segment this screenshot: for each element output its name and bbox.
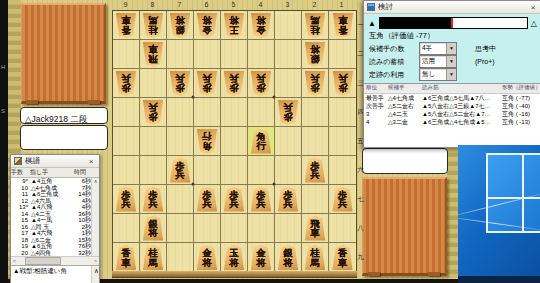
kifu-window-title: 棋譜 xyxy=(25,156,83,166)
gote-piece-歩兵[interactable]: 歩 兵 xyxy=(142,100,164,125)
square-34[interactable]: 歩 兵 xyxy=(275,98,302,127)
gote-info-box xyxy=(20,125,108,150)
sente-piece-金将[interactable]: 金 将 xyxy=(250,245,272,270)
kifu-scroll-left-arrow[interactable]: < xyxy=(11,258,18,264)
sente-piece-香車[interactable]: 香 車 xyxy=(115,245,137,270)
square-18[interactable] xyxy=(329,214,356,243)
sente-piece-飛車[interactable]: 飛 車 xyxy=(304,216,326,241)
sente-piece-歩兵[interactable]: 歩 兵 xyxy=(223,187,245,212)
chevron-down-icon[interactable]: ▼ xyxy=(446,56,456,67)
setting-label-accumulate: 読みの蓄積 xyxy=(369,57,415,67)
file-label: 8 xyxy=(139,0,166,10)
evaluation-bar-needle xyxy=(451,18,453,28)
sente-name-plate xyxy=(362,148,448,174)
analysis-row[interactable]: 最善手△4七角成▲6三角成△5七馬▲7八…互角 ( -77) xyxy=(364,94,540,102)
square-71[interactable]: 銀 将 xyxy=(167,11,194,40)
analysis-window: 検討 × ▲ △ 互角（評価値 -77） 候補手の数 4手 ▼ 思考中 読みの蓄… xyxy=(363,0,540,148)
sente-piece-歩兵[interactable]: 歩 兵 xyxy=(169,158,191,183)
gote-piece-歩兵[interactable]: 歩 兵 xyxy=(169,71,191,96)
square-28[interactable]: 飛 車 xyxy=(302,214,329,243)
left-dark-strip: H S xyxy=(0,0,8,283)
kifu-col-time: 時間 xyxy=(74,168,86,177)
sente-piece-玉将[interactable]: 玉 将 xyxy=(223,245,245,270)
square-56[interactable] xyxy=(221,156,248,185)
gote-piece-桂馬[interactable]: 桂 馬 xyxy=(304,13,326,38)
analysis-window-icon xyxy=(367,3,375,11)
rank-label: 七 xyxy=(356,184,365,213)
square-86[interactable] xyxy=(140,156,167,185)
file-label: 6 xyxy=(193,0,220,10)
gote-piece-歩兵[interactable]: 歩 兵 xyxy=(304,71,326,96)
square-21[interactable]: 桂 馬 xyxy=(302,11,329,40)
square-51[interactable]: 王 将 xyxy=(221,11,248,40)
square-63[interactable]: 歩 兵 xyxy=(194,69,221,98)
square-67[interactable]: 歩 兵 xyxy=(194,185,221,214)
kifu-col-move: 指し手 xyxy=(28,168,74,177)
square-35[interactable] xyxy=(275,127,302,156)
kifu-window-icon xyxy=(14,157,22,165)
kifu-comment-scrollbar[interactable]: ∧ xyxy=(91,266,99,283)
analysis-window-title: 検討 xyxy=(378,2,525,12)
wallpaper-window-pane xyxy=(486,153,540,233)
square-84[interactable]: 歩 兵 xyxy=(140,98,167,127)
square-82[interactable]: 飛 車 xyxy=(140,40,167,69)
gote-piece-金将[interactable]: 金 将 xyxy=(196,13,218,38)
file-label: 4 xyxy=(247,0,274,10)
square-16[interactable] xyxy=(329,156,356,185)
kifu-scroll-thumb[interactable] xyxy=(25,257,61,265)
square-97[interactable]: 歩 兵 xyxy=(113,185,140,214)
kifu-close-button[interactable]: × xyxy=(86,157,96,166)
square-75[interactable] xyxy=(167,127,194,156)
square-36[interactable] xyxy=(275,156,302,185)
gote-piece-歩兵[interactable]: 歩 兵 xyxy=(196,71,218,96)
square-22[interactable]: 銀 将 xyxy=(302,40,329,69)
analysis-table-header: 順位 候補手 読み筋 形勢（評価値） xyxy=(364,84,540,94)
gote-piece-歩兵[interactable]: 歩 兵 xyxy=(250,71,272,96)
file-label: 2 xyxy=(301,0,328,10)
gote-piece-王将[interactable]: 王 将 xyxy=(223,13,245,38)
square-38[interactable] xyxy=(275,214,302,243)
sente-piece-歩兵[interactable]: 歩 兵 xyxy=(304,158,326,183)
evaluation-bar xyxy=(379,17,528,29)
analysis-row[interactable]: 3△4二玉▲5八金右△5二金右▲7…互角 ( -16) xyxy=(364,110,540,118)
gote-piece-歩兵[interactable]: 歩 兵 xyxy=(332,71,354,96)
square-23[interactable]: 歩 兵 xyxy=(302,69,329,98)
square-59[interactable]: 玉 将 xyxy=(221,243,248,272)
star-point xyxy=(273,183,276,186)
square-99[interactable]: 香 車 xyxy=(113,243,140,272)
kifu-scroll-right-arrow[interactable]: > xyxy=(92,258,99,264)
square-13[interactable]: 歩 兵 xyxy=(329,69,356,98)
sente-piece-角行[interactable]: 角 行 xyxy=(250,129,272,154)
setting-label-joseki: 定跡の利用 xyxy=(369,70,415,80)
square-44[interactable] xyxy=(248,98,275,127)
gote-piece-銀将[interactable]: 銀 将 xyxy=(304,42,326,67)
chevron-down-icon[interactable]: ▼ xyxy=(446,43,456,54)
sente-piece-歩兵[interactable]: 歩 兵 xyxy=(115,187,137,212)
kifu-horizontal-scrollbar[interactable]: < > xyxy=(11,256,99,265)
sente-piece-歩兵[interactable]: 歩 兵 xyxy=(142,187,164,212)
square-64[interactable] xyxy=(194,98,221,127)
square-78[interactable] xyxy=(167,214,194,243)
setting-label-candidates: 候補手の数 xyxy=(369,44,415,54)
background-letter-a: H xyxy=(1,64,5,70)
sente-mark: ▲ xyxy=(368,19,376,28)
sente-piece-歩兵[interactable]: 歩 兵 xyxy=(250,187,272,212)
square-49[interactable]: 金 将 xyxy=(248,243,275,272)
square-76[interactable]: 歩 兵 xyxy=(167,156,194,185)
analysis-row[interactable]: 次善手△5二金右▲5八金右△3三銀▲7七…互角 ( -40) xyxy=(364,102,540,110)
sente-piece-歩兵[interactable]: 歩 兵 xyxy=(332,187,354,212)
square-68[interactable] xyxy=(194,214,221,243)
sente-komadai-foot-left xyxy=(368,272,380,276)
sente-piece-桂馬[interactable]: 桂 馬 xyxy=(304,245,326,270)
square-85[interactable] xyxy=(140,127,167,156)
taskbar[interactable] xyxy=(458,276,540,283)
gote-piece-香車[interactable]: 香 車 xyxy=(115,13,137,38)
square-15[interactable] xyxy=(329,127,356,156)
square-42[interactable] xyxy=(248,40,275,69)
file-labels: 987654321 xyxy=(112,0,355,10)
gote-piece-香車[interactable]: 香 車 xyxy=(332,13,354,38)
sente-piece-金将[interactable]: 金 将 xyxy=(196,245,218,270)
file-label: 5 xyxy=(220,0,247,10)
square-33[interactable] xyxy=(275,69,302,98)
square-54[interactable] xyxy=(221,98,248,127)
square-61[interactable]: 金 将 xyxy=(194,11,221,40)
square-87[interactable]: 歩 兵 xyxy=(140,185,167,214)
square-95[interactable] xyxy=(113,127,140,156)
square-14[interactable] xyxy=(329,98,356,127)
square-53[interactable]: 歩 兵 xyxy=(221,69,248,98)
accumulate-combobox[interactable]: 活用 ▼ xyxy=(419,55,457,68)
square-17[interactable]: 歩 兵 xyxy=(329,185,356,214)
square-32[interactable] xyxy=(275,40,302,69)
gote-piece-歩兵[interactable]: 歩 兵 xyxy=(115,71,137,96)
square-62[interactable] xyxy=(194,40,221,69)
square-96[interactable] xyxy=(113,156,140,185)
sente-piece-銀将[interactable]: 銀 将 xyxy=(142,216,164,241)
square-37[interactable]: 歩 兵 xyxy=(275,185,302,214)
square-39[interactable]: 銀 将 xyxy=(275,243,302,272)
square-57[interactable]: 歩 兵 xyxy=(221,185,248,214)
rank-label: 六 xyxy=(356,155,365,184)
kifu-col-moveno: 手数 xyxy=(11,168,28,177)
background-letter-b: S xyxy=(1,108,5,114)
evaluation-bar-fill xyxy=(380,18,452,28)
analysis-titlebar[interactable]: 検討 × xyxy=(364,1,540,14)
square-93[interactable]: 歩 兵 xyxy=(113,69,140,98)
square-72[interactable] xyxy=(167,40,194,69)
square-55[interactable] xyxy=(221,127,248,156)
kifu-comment-box[interactable]: ▲戦型:相筋違い角 ∧ xyxy=(11,265,99,283)
sente-komadai-foot-right xyxy=(428,272,440,276)
analysis-close-button[interactable]: × xyxy=(528,3,538,12)
file-label: 1 xyxy=(328,0,355,10)
file-label: 9 xyxy=(112,0,139,10)
gote-piece-銀将[interactable]: 銀 将 xyxy=(169,13,191,38)
gote-piece-歩兵[interactable]: 歩 兵 xyxy=(277,100,299,125)
gote-komadai-foot-left xyxy=(26,100,38,104)
square-88[interactable]: 銀 将 xyxy=(140,214,167,243)
gote-piece-飛車[interactable]: 飛 車 xyxy=(142,42,164,67)
star-point xyxy=(192,183,195,186)
gote-mark: △ xyxy=(531,19,537,28)
gote-name-plate: △Jack9218 二段 xyxy=(20,107,108,124)
gote-player-name: △Jack9218 二段 xyxy=(21,114,87,124)
sente-piece-桂馬[interactable]: 桂 馬 xyxy=(142,245,164,270)
square-91[interactable]: 香 車 xyxy=(113,11,140,40)
square-48[interactable] xyxy=(248,214,275,243)
gote-komadai-foot-right xyxy=(88,100,100,104)
tatami-edge-right xyxy=(447,145,458,278)
square-27[interactable] xyxy=(302,185,329,214)
kifu-column-headers: 手数 指し手 時間 xyxy=(11,168,99,178)
square-98[interactable] xyxy=(113,214,140,243)
square-73[interactable]: 歩 兵 xyxy=(167,69,194,98)
sente-piece-銀将[interactable]: 銀 将 xyxy=(277,245,299,270)
square-25[interactable] xyxy=(302,127,329,156)
gote-komadai xyxy=(21,3,106,104)
kifu-titlebar[interactable]: 棋譜 × xyxy=(11,155,99,168)
square-31[interactable] xyxy=(275,11,302,40)
candidates-combobox[interactable]: 4手 ▼ xyxy=(419,42,457,55)
square-46[interactable] xyxy=(248,156,275,185)
square-41[interactable]: 金 将 xyxy=(248,11,275,40)
sente-komadai xyxy=(362,177,447,276)
gote-piece-金将[interactable]: 金 将 xyxy=(250,13,272,38)
file-label: 3 xyxy=(274,0,301,10)
kifu-comment-text: ▲戦型:相筋違い角 xyxy=(11,266,99,277)
square-11[interactable]: 香 車 xyxy=(329,11,356,40)
file-label: 7 xyxy=(166,0,193,10)
windows-desktop-wallpaper xyxy=(458,145,540,283)
square-26[interactable]: 歩 兵 xyxy=(302,156,329,185)
square-81[interactable]: 桂 馬 xyxy=(140,11,167,40)
status-thinking: 思考中 xyxy=(475,44,496,54)
square-92[interactable] xyxy=(113,40,140,69)
rank-label: 八 xyxy=(356,213,365,242)
square-65[interactable]: 角 行 xyxy=(194,127,221,156)
sente-piece-歩兵[interactable]: 歩 兵 xyxy=(196,187,218,212)
square-74[interactable] xyxy=(167,98,194,127)
status-engine-level: (Pro+) xyxy=(475,58,495,65)
square-69[interactable]: 金 将 xyxy=(194,243,221,272)
square-45[interactable]: 角 行 xyxy=(248,127,275,156)
screen: H S △Jack9218 二段 987654321 一二三四五六七八九 香 車… xyxy=(0,0,540,283)
kifu-window: 棋譜 × 手数 指し手 時間 9*▲4五角6秒10△4七角成7秒11▲6三角成1… xyxy=(10,154,100,283)
square-58[interactable] xyxy=(221,214,248,243)
board-wood-edge xyxy=(112,271,357,278)
analysis-table: 順位 候補手 読み筋 形勢（評価値） 最善手△4七角成▲6三角成△5七馬▲7八…… xyxy=(364,83,540,147)
star-point xyxy=(192,96,195,99)
square-83[interactable] xyxy=(140,69,167,98)
analysis-row[interactable]: 4△3二金▲6三角成△4七角成▲5…互角 ( -13) xyxy=(364,118,540,126)
square-29[interactable]: 桂 馬 xyxy=(302,243,329,272)
square-94[interactable] xyxy=(113,98,140,127)
gote-piece-桂馬[interactable]: 桂 馬 xyxy=(142,13,164,38)
square-43[interactable]: 歩 兵 xyxy=(248,69,275,98)
star-point xyxy=(273,96,276,99)
square-12[interactable] xyxy=(329,40,356,69)
gote-piece-歩兵[interactable]: 歩 兵 xyxy=(223,71,245,96)
sente-piece-歩兵[interactable]: 歩 兵 xyxy=(277,187,299,212)
evaluation-summary: 互角（評価値 -77） xyxy=(364,29,540,42)
square-66[interactable] xyxy=(194,156,221,185)
kifu-vertical-scrollbar[interactable]: ∧ xyxy=(91,178,99,256)
square-24[interactable] xyxy=(302,98,329,127)
sente-piece-香車[interactable]: 香 車 xyxy=(332,245,354,270)
rank-label: 九 xyxy=(356,242,365,271)
chevron-down-icon[interactable]: ▼ xyxy=(446,69,456,80)
square-79[interactable] xyxy=(167,243,194,272)
shogi-board: 香 車桂 馬銀 将金 将王 将金 将桂 馬香 車飛 車銀 将歩 兵歩 兵歩 兵歩… xyxy=(112,10,357,273)
square-89[interactable]: 桂 馬 xyxy=(140,243,167,272)
square-52[interactable] xyxy=(221,40,248,69)
joseki-combobox[interactable]: 無し ▼ xyxy=(419,68,457,81)
gote-piece-角行[interactable]: 角 行 xyxy=(196,129,218,154)
square-19[interactable]: 香 車 xyxy=(329,243,356,272)
kifu-row[interactable]: 20△4四角32秒 xyxy=(11,250,99,257)
kifu-move-list[interactable]: 9*▲4五角6秒10△4七角成7秒11▲6三角成14秒12△4六馬4秒13*▲4… xyxy=(11,178,99,256)
square-77[interactable] xyxy=(167,185,194,214)
square-47[interactable]: 歩 兵 xyxy=(248,185,275,214)
